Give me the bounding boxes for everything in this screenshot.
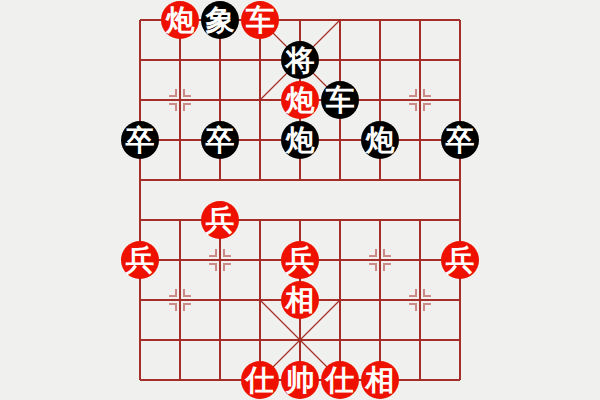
piece-black-general[interactable]: 将 <box>281 41 319 79</box>
piece-red-elephant[interactable]: 相 <box>281 281 319 319</box>
xiangqi-board: 炮象车将炮车卒卒炮炮卒兵兵兵兵相仕帅仕相 <box>0 0 600 400</box>
piece-red-chariot[interactable]: 车 <box>241 1 279 39</box>
piece-red-general[interactable]: 帅 <box>281 361 319 399</box>
piece-red-soldier[interactable]: 兵 <box>281 241 319 279</box>
piece-black-cannon[interactable]: 炮 <box>281 121 319 159</box>
piece-red-soldier[interactable]: 兵 <box>121 241 159 279</box>
piece-red-advisor[interactable]: 仕 <box>321 361 359 399</box>
piece-black-soldier[interactable]: 卒 <box>201 121 239 159</box>
pieces-layer: 炮象车将炮车卒卒炮炮卒兵兵兵兵相仕帅仕相 <box>0 0 600 400</box>
piece-red-soldier[interactable]: 兵 <box>441 241 479 279</box>
piece-red-elephant[interactable]: 相 <box>361 361 399 399</box>
piece-red-soldier[interactable]: 兵 <box>201 201 239 239</box>
piece-black-cannon[interactable]: 炮 <box>361 121 399 159</box>
piece-red-cannon[interactable]: 炮 <box>161 1 199 39</box>
piece-red-cannon[interactable]: 炮 <box>281 81 319 119</box>
piece-black-soldier[interactable]: 卒 <box>121 121 159 159</box>
piece-black-chariot[interactable]: 车 <box>321 81 359 119</box>
piece-black-soldier[interactable]: 卒 <box>441 121 479 159</box>
piece-red-advisor[interactable]: 仕 <box>241 361 279 399</box>
piece-black-elephant[interactable]: 象 <box>201 1 239 39</box>
